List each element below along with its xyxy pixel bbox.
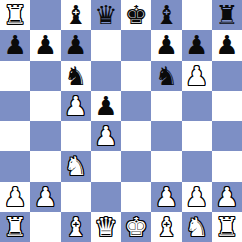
square-c2[interactable] [61, 182, 91, 212]
square-b7[interactable]: ♟ [30, 30, 60, 60]
square-e7[interactable] [121, 30, 151, 60]
white-pawn: ♟ [155, 184, 178, 210]
square-d4[interactable]: ♟ [91, 121, 121, 151]
square-b6[interactable] [30, 61, 60, 91]
white-king: ♚ [124, 214, 147, 240]
square-f4[interactable] [151, 121, 181, 151]
black-queen: ♛ [94, 2, 117, 28]
square-d5[interactable]: ♟ [91, 91, 121, 121]
square-e3[interactable] [121, 151, 151, 181]
square-g1[interactable]: ♞ [182, 212, 212, 242]
square-e6[interactable] [121, 61, 151, 91]
square-a7[interactable]: ♟ [0, 30, 30, 60]
square-c8[interactable]: ♝ [61, 0, 91, 30]
square-d8[interactable]: ♛ [91, 0, 121, 30]
white-knight: ♞ [64, 153, 87, 179]
square-g2[interactable]: ♟ [182, 182, 212, 212]
square-f1[interactable]: ♝ [151, 212, 181, 242]
square-f2[interactable]: ♟ [151, 182, 181, 212]
square-f6[interactable]: ♞ [151, 61, 181, 91]
square-b8[interactable] [30, 0, 60, 30]
white-pawn: ♟ [185, 184, 208, 210]
square-d6[interactable] [91, 61, 121, 91]
square-h5[interactable] [212, 91, 242, 121]
square-h2[interactable]: ♟ [212, 182, 242, 212]
square-c1[interactable]: ♝ [61, 212, 91, 242]
square-b3[interactable] [30, 151, 60, 181]
white-bishop: ♝ [155, 214, 178, 240]
square-b4[interactable] [30, 121, 60, 151]
square-h6[interactable] [212, 61, 242, 91]
square-h4[interactable] [212, 121, 242, 151]
square-b1[interactable] [30, 212, 60, 242]
black-pawn: ♟ [34, 32, 57, 58]
black-pawn: ♟ [185, 32, 208, 58]
white-pawn: ♟ [94, 123, 117, 149]
square-d2[interactable] [91, 182, 121, 212]
black-pawn: ♟ [94, 93, 117, 119]
white-pawn: ♟ [215, 184, 238, 210]
square-h3[interactable] [212, 151, 242, 181]
white-rook: ♜ [215, 214, 238, 240]
square-d7[interactable] [91, 30, 121, 60]
black-pawn: ♟ [3, 32, 26, 58]
square-g3[interactable] [182, 151, 212, 181]
square-g7[interactable]: ♟ [182, 30, 212, 60]
black-knight: ♞ [64, 63, 87, 89]
square-e4[interactable] [121, 121, 151, 151]
square-c4[interactable] [61, 121, 91, 151]
square-f8[interactable]: ♝ [151, 0, 181, 30]
square-h1[interactable]: ♜ [212, 212, 242, 242]
black-knight: ♞ [155, 63, 178, 89]
square-d3[interactable] [91, 151, 121, 181]
square-c7[interactable]: ♟ [61, 30, 91, 60]
black-rook: ♜ [215, 2, 238, 28]
square-c6[interactable]: ♞ [61, 61, 91, 91]
square-b2[interactable]: ♟ [30, 182, 60, 212]
white-pawn: ♟ [185, 63, 208, 89]
white-bishop: ♝ [64, 214, 87, 240]
white-queen: ♛ [94, 214, 117, 240]
white-pawn: ♟ [34, 184, 57, 210]
square-a1[interactable]: ♜ [0, 212, 30, 242]
square-f3[interactable] [151, 151, 181, 181]
square-a6[interactable] [0, 61, 30, 91]
white-knight: ♞ [185, 214, 208, 240]
black-bishop: ♝ [64, 2, 87, 28]
square-g5[interactable] [182, 91, 212, 121]
white-pawn: ♟ [3, 184, 26, 210]
square-h8[interactable]: ♜ [212, 0, 242, 30]
square-g4[interactable] [182, 121, 212, 151]
square-h7[interactable]: ♟ [212, 30, 242, 60]
black-pawn: ♟ [155, 32, 178, 58]
black-pawn: ♟ [64, 32, 87, 58]
black-king: ♚ [124, 2, 147, 28]
square-a2[interactable]: ♟ [0, 182, 30, 212]
black-pawn: ♟ [215, 32, 238, 58]
square-c3[interactable]: ♞ [61, 151, 91, 181]
square-e8[interactable]: ♚ [121, 0, 151, 30]
square-a4[interactable] [0, 121, 30, 151]
square-b5[interactable] [30, 91, 60, 121]
square-c5[interactable]: ♟ [61, 91, 91, 121]
square-e2[interactable] [121, 182, 151, 212]
square-f5[interactable] [151, 91, 181, 121]
square-d1[interactable]: ♛ [91, 212, 121, 242]
square-e1[interactable]: ♚ [121, 212, 151, 242]
black-bishop: ♝ [155, 2, 178, 28]
white-rook: ♜ [3, 2, 26, 28]
white-rook: ♜ [3, 214, 26, 240]
chess-board: ♜♝♛♚♝♜♟♟♟♟♟♟♞♞♟♟♟♟♞♟♟♟♟♟♜♝♛♚♝♞♜ [0, 0, 242, 242]
square-a5[interactable] [0, 91, 30, 121]
square-g8[interactable] [182, 0, 212, 30]
square-f7[interactable]: ♟ [151, 30, 181, 60]
white-pawn: ♟ [64, 93, 87, 119]
square-a8[interactable]: ♜ [0, 0, 30, 30]
square-g6[interactable]: ♟ [182, 61, 212, 91]
square-e5[interactable] [121, 91, 151, 121]
square-a3[interactable] [0, 151, 30, 181]
